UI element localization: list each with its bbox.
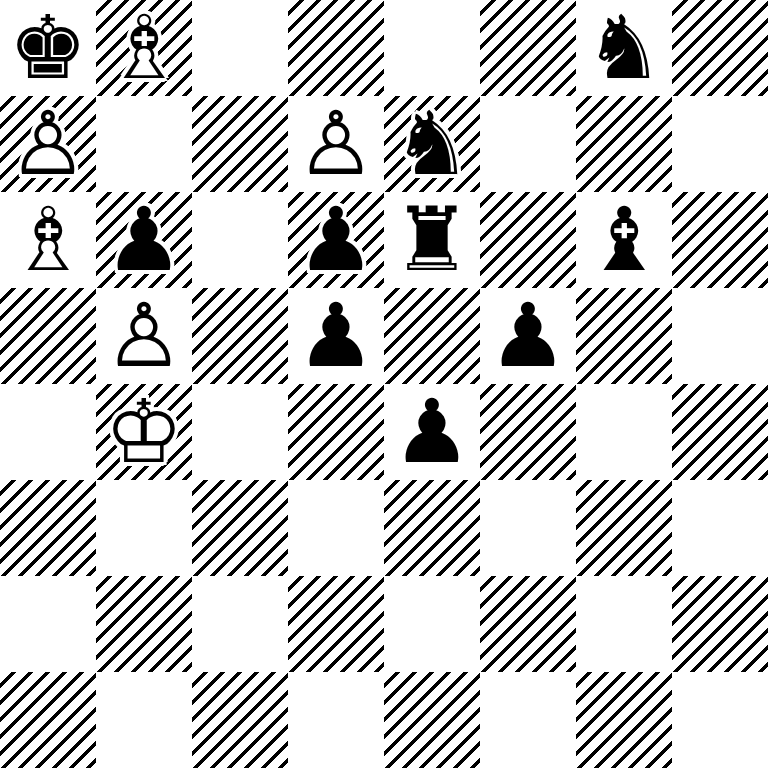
square-d1[interactable]	[288, 672, 384, 768]
square-a4[interactable]	[0, 384, 96, 480]
white-king-halo: ♚	[96, 384, 192, 480]
black-pawn: ♟	[288, 192, 384, 288]
square-h5[interactable]	[672, 288, 768, 384]
black-pawn: ♟	[288, 288, 384, 384]
square-b3[interactable]	[96, 480, 192, 576]
square-e3[interactable]	[384, 480, 480, 576]
square-c5[interactable]	[192, 288, 288, 384]
square-b5[interactable]: ♟♙	[96, 288, 192, 384]
square-c7[interactable]	[192, 96, 288, 192]
white-pawn-halo: ♟	[96, 288, 192, 384]
square-c4[interactable]	[192, 384, 288, 480]
white-pawn-halo: ♟	[0, 96, 96, 192]
square-b1[interactable]	[96, 672, 192, 768]
square-e4[interactable]: ♟♟	[384, 384, 480, 480]
square-a3[interactable]	[0, 480, 96, 576]
square-f8[interactable]	[480, 0, 576, 96]
black-knight: ♞	[576, 0, 672, 96]
black-pawn-halo: ♟	[480, 288, 576, 384]
square-f4[interactable]	[480, 384, 576, 480]
black-king: ♚	[0, 0, 96, 96]
square-c6[interactable]	[192, 192, 288, 288]
square-f6[interactable]	[480, 192, 576, 288]
white-pawn: ♙	[0, 96, 96, 192]
black-pawn: ♟	[96, 192, 192, 288]
black-king-halo: ♚	[0, 0, 96, 96]
square-b2[interactable]	[96, 576, 192, 672]
black-rook-halo: ♜	[384, 192, 480, 288]
square-g1[interactable]	[576, 672, 672, 768]
square-f5[interactable]: ♟♟	[480, 288, 576, 384]
square-c8[interactable]	[192, 0, 288, 96]
white-king: ♔	[96, 384, 192, 480]
square-f2[interactable]	[480, 576, 576, 672]
square-c1[interactable]	[192, 672, 288, 768]
white-pawn: ♙	[96, 288, 192, 384]
black-bishop-halo: ♝	[576, 192, 672, 288]
square-h1[interactable]	[672, 672, 768, 768]
square-b4[interactable]: ♚♔	[96, 384, 192, 480]
square-e1[interactable]	[384, 672, 480, 768]
square-a6[interactable]: ♝♗	[0, 192, 96, 288]
square-a5[interactable]	[0, 288, 96, 384]
square-d6[interactable]: ♟♟	[288, 192, 384, 288]
square-d4[interactable]	[288, 384, 384, 480]
square-h8[interactable]	[672, 0, 768, 96]
square-e7[interactable]: ♞♞	[384, 96, 480, 192]
black-pawn-halo: ♟	[288, 288, 384, 384]
black-bishop: ♝	[576, 192, 672, 288]
square-b6[interactable]: ♟♟	[96, 192, 192, 288]
square-d5[interactable]: ♟♟	[288, 288, 384, 384]
square-d2[interactable]	[288, 576, 384, 672]
black-pawn-halo: ♟	[96, 192, 192, 288]
square-f1[interactable]	[480, 672, 576, 768]
black-rook: ♜	[384, 192, 480, 288]
square-f3[interactable]	[480, 480, 576, 576]
square-h7[interactable]	[672, 96, 768, 192]
square-b8[interactable]: ♝♗	[96, 0, 192, 96]
black-pawn: ♟	[480, 288, 576, 384]
square-c2[interactable]	[192, 576, 288, 672]
square-e2[interactable]	[384, 576, 480, 672]
square-a7[interactable]: ♟♙	[0, 96, 96, 192]
square-d7[interactable]: ♟♙	[288, 96, 384, 192]
square-e6[interactable]: ♜♜	[384, 192, 480, 288]
black-knight: ♞	[384, 96, 480, 192]
square-h4[interactable]	[672, 384, 768, 480]
white-pawn-halo: ♟	[288, 96, 384, 192]
square-h3[interactable]	[672, 480, 768, 576]
square-a2[interactable]	[0, 576, 96, 672]
square-d8[interactable]	[288, 0, 384, 96]
white-pawn: ♙	[288, 96, 384, 192]
square-a1[interactable]	[0, 672, 96, 768]
white-bishop-halo: ♝	[0, 192, 96, 288]
square-d3[interactable]	[288, 480, 384, 576]
square-g2[interactable]	[576, 576, 672, 672]
black-knight-halo: ♞	[576, 0, 672, 96]
black-pawn: ♟	[384, 384, 480, 480]
square-g7[interactable]	[576, 96, 672, 192]
square-h6[interactable]	[672, 192, 768, 288]
chess-board: ♚♚♝♗♞♞♟♙♟♙♞♞♝♗♟♟♟♟♜♜♝♝♟♙♟♟♟♟♚♔♟♟	[0, 0, 768, 768]
square-b7[interactable]	[96, 96, 192, 192]
square-g8[interactable]: ♞♞	[576, 0, 672, 96]
square-f7[interactable]	[480, 96, 576, 192]
square-c3[interactable]	[192, 480, 288, 576]
black-knight-halo: ♞	[384, 96, 480, 192]
square-g4[interactable]	[576, 384, 672, 480]
square-g3[interactable]	[576, 480, 672, 576]
square-a8[interactable]: ♚♚	[0, 0, 96, 96]
square-g6[interactable]: ♝♝	[576, 192, 672, 288]
square-e8[interactable]	[384, 0, 480, 96]
white-bishop: ♗	[96, 0, 192, 96]
square-g5[interactable]	[576, 288, 672, 384]
square-e5[interactable]	[384, 288, 480, 384]
square-h2[interactable]	[672, 576, 768, 672]
white-bishop: ♗	[0, 192, 96, 288]
black-pawn-halo: ♟	[288, 192, 384, 288]
white-bishop-halo: ♝	[96, 0, 192, 96]
black-pawn-halo: ♟	[384, 384, 480, 480]
